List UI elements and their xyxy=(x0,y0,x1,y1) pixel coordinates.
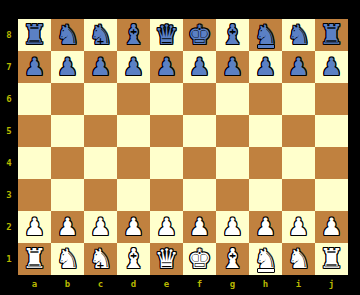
rank-label-4: 4 xyxy=(0,147,18,179)
file-label-i: i xyxy=(282,276,315,292)
square-j3[interactable] xyxy=(315,179,348,211)
rank-label-8: 8 xyxy=(0,19,18,51)
file-label-d: d xyxy=(117,276,150,292)
file-label-j: j xyxy=(315,276,348,292)
square-a6[interactable] xyxy=(18,83,51,115)
square-d8[interactable]: ♝ xyxy=(117,19,150,51)
square-b1[interactable]: ♞ xyxy=(51,243,84,275)
square-b7[interactable]: ♟ xyxy=(51,51,84,83)
square-f2[interactable]: ♟ xyxy=(183,211,216,243)
file-label-e: e xyxy=(150,276,183,292)
chancellor-pedestal-icon xyxy=(257,268,275,273)
square-e6[interactable] xyxy=(150,83,183,115)
piece-black-rook-a8[interactable]: ♜ xyxy=(18,19,51,51)
file-label-f: f xyxy=(183,276,216,292)
square-h8[interactable]: ♞ xyxy=(249,19,282,51)
piece-black-pawn-b7[interactable]: ♟ xyxy=(51,51,84,83)
square-e1[interactable]: ♛ xyxy=(150,243,183,275)
piece-white-chancellor-h1[interactable]: ♞ xyxy=(249,243,282,275)
piece-white-archbishop-c1[interactable]: ♞+ xyxy=(84,243,117,275)
piece-black-pawn-f7[interactable]: ♟ xyxy=(183,51,216,83)
piece-white-rook-a1[interactable]: ♜ xyxy=(18,243,51,275)
square-c4[interactable] xyxy=(84,147,117,179)
file-label-b: b xyxy=(51,276,84,292)
square-j2[interactable]: ♟ xyxy=(315,211,348,243)
square-a2[interactable]: ♟ xyxy=(18,211,51,243)
square-g6[interactable] xyxy=(216,83,249,115)
square-j1[interactable]: ♜ xyxy=(315,243,348,275)
piece-black-bishop-d8[interactable]: ♝ xyxy=(117,19,150,51)
piece-white-pawn-c2[interactable]: ♟ xyxy=(84,211,117,243)
square-b8[interactable]: ♞ xyxy=(51,19,84,51)
square-f1[interactable]: ♚ xyxy=(183,243,216,275)
square-b5[interactable] xyxy=(51,115,84,147)
piece-black-pawn-a7[interactable]: ♟ xyxy=(18,51,51,83)
piece-white-knight-i1[interactable]: ♞ xyxy=(282,243,315,275)
square-d2[interactable]: ♟ xyxy=(117,211,150,243)
piece-black-queen-e8[interactable]: ♛ xyxy=(150,19,183,51)
piece-white-pawn-h2[interactable]: ♟ xyxy=(249,211,282,243)
square-f3[interactable] xyxy=(183,179,216,211)
square-i4[interactable] xyxy=(282,147,315,179)
square-f4[interactable] xyxy=(183,147,216,179)
square-g5[interactable] xyxy=(216,115,249,147)
square-j6[interactable] xyxy=(315,83,348,115)
piece-black-pawn-h7[interactable]: ♟ xyxy=(249,51,282,83)
square-g7[interactable]: ♟ xyxy=(216,51,249,83)
square-i1[interactable]: ♞ xyxy=(282,243,315,275)
rank-label-3: 3 xyxy=(0,179,18,211)
piece-white-pawn-d2[interactable]: ♟ xyxy=(117,211,150,243)
square-d3[interactable] xyxy=(117,179,150,211)
square-h7[interactable]: ♟ xyxy=(249,51,282,83)
square-b3[interactable] xyxy=(51,179,84,211)
square-c2[interactable]: ♟ xyxy=(84,211,117,243)
piece-white-king-f1[interactable]: ♚ xyxy=(183,243,216,275)
square-j5[interactable] xyxy=(315,115,348,147)
square-i3[interactable] xyxy=(282,179,315,211)
square-g3[interactable] xyxy=(216,179,249,211)
square-e4[interactable] xyxy=(150,147,183,179)
piece-black-chancellor-h8[interactable]: ♞ xyxy=(249,19,282,51)
piece-white-pawn-a2[interactable]: ♟ xyxy=(18,211,51,243)
square-a1[interactable]: ♜ xyxy=(18,243,51,275)
square-a3[interactable] xyxy=(18,179,51,211)
square-h4[interactable] xyxy=(249,147,282,179)
square-e7[interactable]: ♟ xyxy=(150,51,183,83)
square-f5[interactable] xyxy=(183,115,216,147)
file-label-h: h xyxy=(249,276,282,292)
capablanca-chess-board-screen: 87654321 ♜♞♞+♝♛♚♝♞♞♜♟♟♟♟♟♟♟♟♟♟♟♟♟♟♟♟♟♟♟♟… xyxy=(0,0,360,295)
square-e3[interactable] xyxy=(150,179,183,211)
file-label-a: a xyxy=(18,276,51,292)
rank-labels: 87654321 xyxy=(0,19,18,275)
piece-black-knight-b8[interactable]: ♞ xyxy=(51,19,84,51)
square-d1[interactable]: ♝ xyxy=(117,243,150,275)
square-f8[interactable]: ♚ xyxy=(183,19,216,51)
square-i7[interactable]: ♟ xyxy=(282,51,315,83)
square-c6[interactable] xyxy=(84,83,117,115)
square-b6[interactable] xyxy=(51,83,84,115)
square-a4[interactable] xyxy=(18,147,51,179)
rank-label-7: 7 xyxy=(0,51,18,83)
board: ♜♞♞+♝♛♚♝♞♞♜♟♟♟♟♟♟♟♟♟♟♟♟♟♟♟♟♟♟♟♟♜♞♞+♝♛♚♝♞… xyxy=(18,19,348,275)
square-h2[interactable]: ♟ xyxy=(249,211,282,243)
piece-black-rook-j8[interactable]: ♜ xyxy=(315,19,348,51)
square-g1[interactable]: ♝ xyxy=(216,243,249,275)
square-h6[interactable] xyxy=(249,83,282,115)
square-b4[interactable] xyxy=(51,147,84,179)
square-i5[interactable] xyxy=(282,115,315,147)
piece-white-bishop-d1[interactable]: ♝ xyxy=(117,243,150,275)
square-d7[interactable]: ♟ xyxy=(117,51,150,83)
square-j4[interactable] xyxy=(315,147,348,179)
square-f7[interactable]: ♟ xyxy=(183,51,216,83)
piece-white-pawn-g2[interactable]: ♟ xyxy=(216,211,249,243)
piece-white-pawn-b2[interactable]: ♟ xyxy=(51,211,84,243)
square-b2[interactable]: ♟ xyxy=(51,211,84,243)
piece-white-pawn-j2[interactable]: ♟ xyxy=(315,211,348,243)
piece-black-pawn-e7[interactable]: ♟ xyxy=(150,51,183,83)
square-h1[interactable]: ♞ xyxy=(249,243,282,275)
square-i2[interactable]: ♟ xyxy=(282,211,315,243)
piece-black-king-f8[interactable]: ♚ xyxy=(183,19,216,51)
piece-black-pawn-d7[interactable]: ♟ xyxy=(117,51,150,83)
piece-white-pawn-e2[interactable]: ♟ xyxy=(150,211,183,243)
square-c1[interactable]: ♞+ xyxy=(84,243,117,275)
square-a8[interactable]: ♜ xyxy=(18,19,51,51)
piece-black-archbishop-c8[interactable]: ♞+ xyxy=(84,19,117,51)
square-a5[interactable] xyxy=(18,115,51,147)
archbishop-cross-icon: + xyxy=(96,261,104,271)
square-i6[interactable] xyxy=(282,83,315,115)
square-f6[interactable] xyxy=(183,83,216,115)
square-h5[interactable] xyxy=(249,115,282,147)
rank-label-6: 6 xyxy=(0,83,18,115)
piece-white-rook-j1[interactable]: ♜ xyxy=(315,243,348,275)
piece-white-knight-b1[interactable]: ♞ xyxy=(51,243,84,275)
rank-label-5: 5 xyxy=(0,115,18,147)
square-c7[interactable]: ♟ xyxy=(84,51,117,83)
square-g2[interactable]: ♟ xyxy=(216,211,249,243)
square-e2[interactable]: ♟ xyxy=(150,211,183,243)
piece-black-bishop-g8[interactable]: ♝ xyxy=(216,19,249,51)
square-d4[interactable] xyxy=(117,147,150,179)
piece-black-pawn-i7[interactable]: ♟ xyxy=(282,51,315,83)
file-labels: abcdefghij xyxy=(18,276,348,292)
piece-white-pawn-f2[interactable]: ♟ xyxy=(183,211,216,243)
file-label-c: c xyxy=(84,276,117,292)
square-h3[interactable] xyxy=(249,179,282,211)
square-a7[interactable]: ♟ xyxy=(18,51,51,83)
square-i8[interactable]: ♞ xyxy=(282,19,315,51)
piece-black-knight-i8[interactable]: ♞ xyxy=(282,19,315,51)
square-j8[interactable]: ♜ xyxy=(315,19,348,51)
rank-label-2: 2 xyxy=(0,211,18,243)
chancellor-pedestal-icon xyxy=(257,44,275,49)
square-e8[interactable]: ♛ xyxy=(150,19,183,51)
piece-white-queen-e1[interactable]: ♛ xyxy=(150,243,183,275)
square-c3[interactable] xyxy=(84,179,117,211)
piece-black-pawn-g7[interactable]: ♟ xyxy=(216,51,249,83)
piece-white-pawn-i2[interactable]: ♟ xyxy=(282,211,315,243)
square-g8[interactable]: ♝ xyxy=(216,19,249,51)
square-e5[interactable] xyxy=(150,115,183,147)
rank-label-1: 1 xyxy=(0,243,18,275)
square-d5[interactable] xyxy=(117,115,150,147)
archbishop-cross-icon: + xyxy=(96,37,104,47)
file-label-g: g xyxy=(216,276,249,292)
square-g4[interactable] xyxy=(216,147,249,179)
square-j7[interactable]: ♟ xyxy=(315,51,348,83)
square-c8[interactable]: ♞+ xyxy=(84,19,117,51)
piece-black-pawn-c7[interactable]: ♟ xyxy=(84,51,117,83)
square-c5[interactable] xyxy=(84,115,117,147)
piece-black-pawn-j7[interactable]: ♟ xyxy=(315,51,348,83)
square-d6[interactable] xyxy=(117,83,150,115)
piece-white-bishop-g1[interactable]: ♝ xyxy=(216,243,249,275)
